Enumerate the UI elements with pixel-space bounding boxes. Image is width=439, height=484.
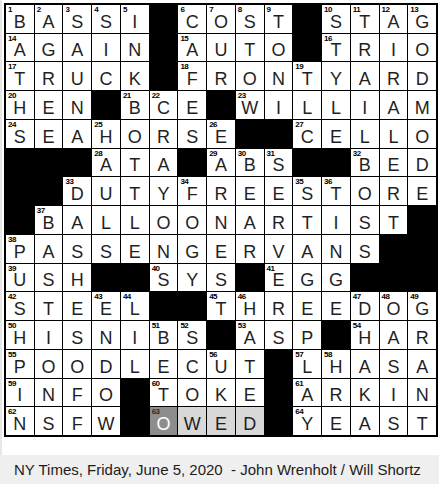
cell-letter: R [150,128,178,147]
grid-cell-r2c12[interactable]: 16T [322,34,350,62]
cell-letter: T [322,185,350,204]
cell-letter: T [380,214,408,233]
grid-cell-r3c8[interactable]: R [207,62,235,90]
grid-cell-r8c3[interactable]: A [63,206,91,234]
grid-cell-r11c12[interactable]: E [322,292,350,320]
grid-cell-r8c13[interactable]: S [351,206,379,234]
grid-cell-r5c1[interactable]: 24S [6,120,34,148]
cell-letter: O [35,358,63,377]
grid-cell-r7c3[interactable]: 33D [63,177,91,205]
cell-letter: D [92,358,120,377]
grid-cell-r8c10[interactable]: R [265,206,293,234]
grid-cell-r8c8[interactable]: N [207,206,235,234]
grid-cell-r14c7[interactable]: O [178,379,206,407]
crossword-grid[interactable]: 1B2A3S4S5I6C7O8S9T10S11T12A13G14AGAIN15A… [4,3,438,437]
grid-cell-r13c8[interactable]: 56U [207,350,235,378]
cell-letter: R [265,300,293,319]
grid-cell-r12c4[interactable]: N [92,321,120,349]
grid-cell-r3c7[interactable]: 18F [178,62,206,90]
grid-cell-r12c10[interactable]: S [265,321,293,349]
cell-letter: N [121,41,149,60]
cell-letter: G [408,13,436,32]
grid-cell-r4c6[interactable]: 22C [150,91,178,119]
grid-cell-r4c9[interactable]: 23W [236,91,264,119]
grid-cell-r8c12[interactable]: I [322,206,350,234]
grid-cell-r10c2[interactable]: S [35,264,63,292]
grid-cell-r2c9[interactable]: T [236,34,264,62]
grid-cell-r7c9[interactable]: E [236,177,264,205]
cell-letter: S [207,271,235,290]
grid-cell-r11c11[interactable]: E [293,292,321,320]
grid-cell-r14c12[interactable]: R [322,379,350,407]
cell-letter: S [380,415,408,434]
cell-letter: F [178,70,206,89]
grid-cell-r13c6[interactable]: E [150,350,178,378]
grid-cell-r2c15[interactable]: O [408,34,436,62]
grid-cell-r8c4[interactable]: L [92,206,120,234]
cell-letter: U [207,41,235,60]
black-cell-r10c13 [351,264,379,292]
cell-letter: N [63,99,91,118]
cell-letter: H [351,329,379,348]
grid-cell-r7c12[interactable]: 36T [322,177,350,205]
grid-cell-r14c9[interactable]: E [236,379,264,407]
grid-cell-r3c12[interactable]: Y [322,62,350,90]
cell-letter: I [265,99,293,118]
grid-cell-r14c13[interactable]: K [351,379,379,407]
cell-letter: S [236,13,264,32]
cell-letter: T [35,300,63,319]
grid-cell-r6c4[interactable]: 28A [92,149,120,177]
grid-cell-r14c1[interactable]: 59I [6,379,34,407]
grid-cell-r8c11[interactable]: T [293,206,321,234]
grid-cell-r13c12[interactable]: 58H [322,350,350,378]
cell-letter: T [293,214,321,233]
black-cell-r11c6 [150,292,178,320]
grid-cell-r15c6[interactable]: 63O [150,407,178,435]
grid-cell-r10c7[interactable]: Y [178,264,206,292]
grid-cell-r5c5[interactable]: O [121,120,149,148]
grid-cell-r3c13[interactable]: A [351,62,379,90]
cell-letter: C [150,99,178,118]
grid-cell-r9c3[interactable]: S [63,235,91,263]
grid-cell-r1c14[interactable]: 12A [380,5,408,33]
grid-cell-r6c6[interactable]: A [150,149,178,177]
grid-cell-r1c4[interactable]: 4S [92,5,120,33]
grid-cell-r8c2[interactable]: 37B [35,206,63,234]
grid-cell-r13c14[interactable]: S [380,350,408,378]
grid-cell-r9c13[interactable]: S [351,235,379,263]
grid-cell-r10c8[interactable]: S [207,264,235,292]
grid-cell-r13c5[interactable]: L [121,350,149,378]
cell-letter: A [35,243,63,262]
grid-cell-r12c5[interactable]: I [121,321,149,349]
grid-cell-r6c5[interactable]: T [121,149,149,177]
grid-cell-r4c15[interactable]: M [408,91,436,119]
grid-cell-r14c2[interactable]: N [35,379,63,407]
cell-letter: B [150,329,178,348]
grid-cell-r12c9[interactable]: 53A [236,321,264,349]
grid-cell-r13c9[interactable]: T [236,350,264,378]
grid-cell-r1c3[interactable]: 3S [63,5,91,33]
grid-cell-r2c13[interactable]: R [351,34,379,62]
grid-cell-r6c8[interactable]: 29A [207,149,235,177]
cell-letter: P [6,243,34,262]
grid-cell-r4c12[interactable]: L [322,91,350,119]
cell-letter: D [351,300,379,319]
grid-cell-r10c3[interactable]: H [63,264,91,292]
grid-cell-r12c13[interactable]: 54H [351,321,379,349]
cell-letter: S [351,214,379,233]
grid-cell-r6c13[interactable]: 32B [351,149,379,177]
grid-cell-r11c13[interactable]: 47D [351,292,379,320]
cell-letter: L [293,358,321,377]
cell-letter: U [92,185,120,204]
cell-letter: S [351,243,379,262]
cell-letter: R [236,243,264,262]
grid-cell-r12c14[interactable]: A [380,321,408,349]
cell-letter: I [92,41,120,60]
cell-letter: B [351,156,379,175]
grid-cell-r11c4[interactable]: 43E [92,292,120,320]
grid-cell-r9c9[interactable]: R [236,235,264,263]
black-cell-r12c12 [322,321,350,349]
cell-letter: R [408,329,436,348]
black-cell-r6c12 [322,149,350,177]
grid-cell-r9c7[interactable]: G [178,235,206,263]
cell-letter: B [236,156,264,175]
grid-cell-r12c11[interactable]: P [293,321,321,349]
grid-cell-r5c7[interactable]: S [178,120,206,148]
grid-cell-r7c5[interactable]: T [121,177,149,205]
black-cell-r9c15 [408,235,436,263]
cell-letter: L [380,128,408,147]
grid-cell-r2c3[interactable]: A [63,34,91,62]
grid-cell-r8c6[interactable]: O [150,206,178,234]
grid-cell-r9c1[interactable]: 38P [6,235,34,263]
grid-cell-r1c9[interactable]: 8S [236,5,264,33]
grid-cell-r4c3[interactable]: N [63,91,91,119]
grid-cell-r9c4[interactable]: S [92,235,120,263]
cell-letter: T [351,13,379,32]
grid-cell-r4c1[interactable]: 20H [6,91,34,119]
grid-cell-r14c3[interactable]: F [63,379,91,407]
grid-cell-r7c7[interactable]: 34F [178,177,206,205]
grid-cell-r5c14[interactable]: L [380,120,408,148]
grid-cell-r7c4[interactable]: U [92,177,120,205]
grid-cell-r7c8[interactable]: R [207,177,235,205]
grid-cell-r13c3[interactable]: O [63,350,91,378]
black-cell-r1c6 [150,5,178,33]
grid-cell-r2c8[interactable]: U [207,34,235,62]
cell-letter: N [35,386,63,405]
grid-cell-r4c13[interactable]: I [351,91,379,119]
grid-cell-r8c7[interactable]: O [178,206,206,234]
grid-cell-r5c6[interactable]: R [150,120,178,148]
cell-letter: U [207,358,235,377]
cell-letter: H [63,271,91,290]
grid-cell-r5c11[interactable]: 27C [293,120,321,148]
cell-letter: Y [293,415,321,434]
cell-letter: E [236,386,264,405]
cell-letter: L [92,214,120,233]
cell-letter: V [265,243,293,262]
cell-letter: R [351,41,379,60]
grid-cell-r9c10[interactable]: V [265,235,293,263]
grid-cell-r10c1[interactable]: 39U [6,264,34,292]
grid-cell-r10c6[interactable]: 40S [150,264,178,292]
cell-letter: O [150,214,178,233]
cell-letter: N [6,415,34,434]
cell-letter: I [380,386,408,405]
grid-cell-r3c10[interactable]: N [265,62,293,90]
grid-cell-r11c15[interactable]: 49G [408,292,436,320]
cell-letter: S [150,271,178,290]
black-cell-r9c14 [380,235,408,263]
grid-cell-r3c9[interactable]: O [236,62,264,90]
grid-cell-r15c11[interactable]: 64Y [293,407,321,435]
grid-cell-r4c2[interactable]: E [35,91,63,119]
grid-cell-r11c14[interactable]: 48O [380,292,408,320]
grid-cell-r6c9[interactable]: 30B [236,149,264,177]
cell-letter: S [265,329,293,348]
cell-letter: R [207,185,235,204]
cell-letter: T [207,300,235,319]
grid-cell-r15c2[interactable]: S [35,407,63,435]
grid-cell-r2c14[interactable]: I [380,34,408,62]
cell-letter: A [63,128,91,147]
grid-cell-r11c8[interactable]: 45T [207,292,235,320]
grid-cell-r14c6[interactable]: 60T [150,379,178,407]
grid-cell-r11c3[interactable]: E [63,292,91,320]
cell-letter: A [92,156,120,175]
grid-cell-r2c4[interactable]: I [92,34,120,62]
grid-cell-r11c1[interactable]: 42S [6,292,34,320]
grid-cell-r12c6[interactable]: 51B [150,321,178,349]
grid-cell-r15c7[interactable]: W [178,407,206,435]
grid-cell-r15c14[interactable]: S [380,407,408,435]
grid-cell-r2c1[interactable]: 14A [6,34,34,62]
grid-cell-r15c3[interactable]: F [63,407,91,435]
grid-cell-r4c7[interactable]: E [178,91,206,119]
grid-cell-r4c11[interactable]: L [293,91,321,119]
cell-letter: S [380,358,408,377]
grid-cell-r1c12[interactable]: 10S [322,5,350,33]
grid-cell-r5c12[interactable]: E [322,120,350,148]
cell-letter: D [408,70,436,89]
grid-cell-r14c14[interactable]: I [380,379,408,407]
grid-cell-r13c13[interactable]: A [351,350,379,378]
grid-cell-r3c4[interactable]: C [92,62,120,90]
grid-cell-r5c13[interactable]: L [351,120,379,148]
cell-letter: L [293,99,321,118]
grid-cell-r11c2[interactable]: T [35,292,63,320]
cell-letter: S [63,329,91,348]
grid-cell-r14c11[interactable]: 61A [293,379,321,407]
grid-cell-r13c2[interactable]: O [35,350,63,378]
grid-cell-r1c10[interactable]: 9T [265,5,293,33]
grid-cell-r7c11[interactable]: 35S [293,177,321,205]
cell-letter: E [207,243,235,262]
cell-letter: W [236,99,264,118]
grid-cell-r13c7[interactable]: C [178,350,206,378]
grid-cell-r12c2[interactable]: I [35,321,63,349]
cell-letter: O [92,386,120,405]
black-cell-r6c2 [35,149,63,177]
black-cell-r14c5 [121,379,149,407]
grid-cell-r3c5[interactable]: K [121,62,149,90]
grid-cell-r14c8[interactable]: K [207,379,235,407]
cell-letter: A [351,358,379,377]
cell-letter: W [178,415,206,434]
grid-cell-r9c5[interactable]: E [121,235,149,263]
cell-letter: S [92,243,120,262]
cell-letter: H [236,300,264,319]
cell-letter: I [322,214,350,233]
grid-cell-r4c10[interactable]: I [265,91,293,119]
cell-letter: O [150,415,178,434]
grid-cell-r1c5[interactable]: 5I [121,5,149,33]
grid-cell-r7c15[interactable]: E [408,177,436,205]
cell-letter: B [121,99,149,118]
cell-letter: F [63,386,91,405]
cell-letter: A [351,415,379,434]
cell-letter: E [322,300,350,319]
grid-cell-r9c2[interactable]: A [35,235,63,263]
grid-cell-r5c15[interactable]: O [408,120,436,148]
cell-letter: O [408,128,436,147]
cell-letter: E [207,415,235,434]
cell-letter: D [236,415,264,434]
grid-cell-r14c15[interactable]: N [408,379,436,407]
cell-letter: E [380,156,408,175]
grid-cell-r12c1[interactable]: 50H [6,321,34,349]
grid-cell-r11c5[interactable]: 44L [121,292,149,320]
grid-cell-r15c12[interactable]: E [322,407,350,435]
grid-cell-r10c10[interactable]: 41E [265,264,293,292]
grid-cell-r6c14[interactable]: E [380,149,408,177]
grid-cell-r5c8[interactable]: 26E [207,120,235,148]
cell-letter: G [408,300,436,319]
cell-letter: S [63,13,91,32]
black-cell-r14c10 [265,379,293,407]
cell-letter: W [92,415,120,434]
grid-cell-r10c12[interactable]: G [322,264,350,292]
black-cell-r6c11 [293,149,321,177]
grid-cell-r7c6[interactable]: Y [150,177,178,205]
grid-cell-r5c2[interactable]: E [35,120,63,148]
cell-letter: H [6,99,34,118]
cell-letter: P [6,358,34,377]
grid-cell-r6c15[interactable]: D [408,149,436,177]
black-cell-r5c9 [236,120,264,148]
grid-cell-r15c8[interactable]: E [207,407,235,435]
grid-cell-r12c15[interactable]: R [408,321,436,349]
cell-letter: H [6,329,34,348]
black-cell-r10c9 [236,264,264,292]
cell-letter: K [121,70,149,89]
cell-letter: O [178,386,206,405]
cell-letter: I [35,329,63,348]
cell-letter: O [380,300,408,319]
cell-letter: H [92,128,120,147]
grid-cell-r3c3[interactable]: U [63,62,91,90]
grid-cell-r15c9[interactable]: D [236,407,264,435]
grid-cell-r2c10[interactable]: O [265,34,293,62]
grid-cell-r8c5[interactable]: L [121,206,149,234]
grid-cell-r11c10[interactable]: R [265,292,293,320]
black-cell-r8c15 [408,206,436,234]
grid-cell-r12c7[interactable]: 52S [178,321,206,349]
grid-cell-r13c15[interactable]: A [408,350,436,378]
cell-letter: A [293,386,321,405]
cell-letter: A [236,214,264,233]
grid-cell-r13c1[interactable]: 55P [6,350,34,378]
grid-cell-r15c15[interactable]: T [408,407,436,435]
cell-letter: E [265,185,293,204]
grid-cell-r7c14[interactable]: R [380,177,408,205]
grid-cell-r2c7[interactable]: 15A [178,34,206,62]
grid-cell-r15c13[interactable]: A [351,407,379,435]
grid-cell-r12c3[interactable]: S [63,321,91,349]
grid-cell-r14c4[interactable]: O [92,379,120,407]
grid-cell-r3c11[interactable]: 19T [293,62,321,90]
cell-letter: S [6,128,34,147]
grid-cell-r15c1[interactable]: 62N [6,407,34,435]
grid-cell-r3c15[interactable]: D [408,62,436,90]
grid-cell-r1c1[interactable]: 1B [6,5,34,33]
grid-cell-r9c11[interactable]: A [293,235,321,263]
grid-cell-r5c3[interactable]: A [63,120,91,148]
grid-cell-r1c2[interactable]: 2A [35,5,63,33]
grid-cell-r2c2[interactable]: G [35,34,63,62]
grid-cell-r8c9[interactable]: A [236,206,264,234]
grid-cell-r10c11[interactable]: G [293,264,321,292]
grid-cell-r5c4[interactable]: 25H [92,120,120,148]
grid-cell-r11c9[interactable]: 46H [236,292,264,320]
grid-cell-r9c12[interactable]: N [322,235,350,263]
grid-cell-r8c14[interactable]: T [380,206,408,234]
cell-letter: T [265,13,293,32]
grid-cell-r1c7[interactable]: 6C [178,5,206,33]
grid-cell-r1c13[interactable]: 11T [351,5,379,33]
grid-cell-r2c5[interactable]: N [121,34,149,62]
grid-cell-r3c1[interactable]: 17T [6,62,34,90]
grid-cell-r7c10[interactable]: E [265,177,293,205]
puzzle-caption-bar: NY Times, Friday, June 5, 2020 - John Wr… [0,455,439,484]
grid-cell-r13c4[interactable]: D [92,350,120,378]
grid-cell-r15c4[interactable]: W [92,407,120,435]
grid-cell-r7c13[interactable]: O [351,177,379,205]
cell-letter: K [351,386,379,405]
grid-cell-r4c5[interactable]: 21B [121,91,149,119]
cell-letter: N [150,243,178,262]
grid-cell-r3c14[interactable]: R [380,62,408,90]
grid-cell-r4c14[interactable]: A [380,91,408,119]
black-cell-r4c4 [92,91,120,119]
grid-cell-r6c10[interactable]: 31S [265,149,293,177]
grid-cell-r9c8[interactable]: E [207,235,235,263]
grid-cell-r13c11[interactable]: 57L [293,350,321,378]
grid-cell-r1c8[interactable]: 7O [207,5,235,33]
cell-letter: E [121,243,149,262]
grid-cell-r3c2[interactable]: R [35,62,63,90]
grid-cell-r9c6[interactable]: N [150,235,178,263]
grid-cell-r1c15[interactable]: 13G [408,5,436,33]
cell-letter: T [408,415,436,434]
cell-letter: A [380,13,408,32]
cell-letter: O [121,128,149,147]
